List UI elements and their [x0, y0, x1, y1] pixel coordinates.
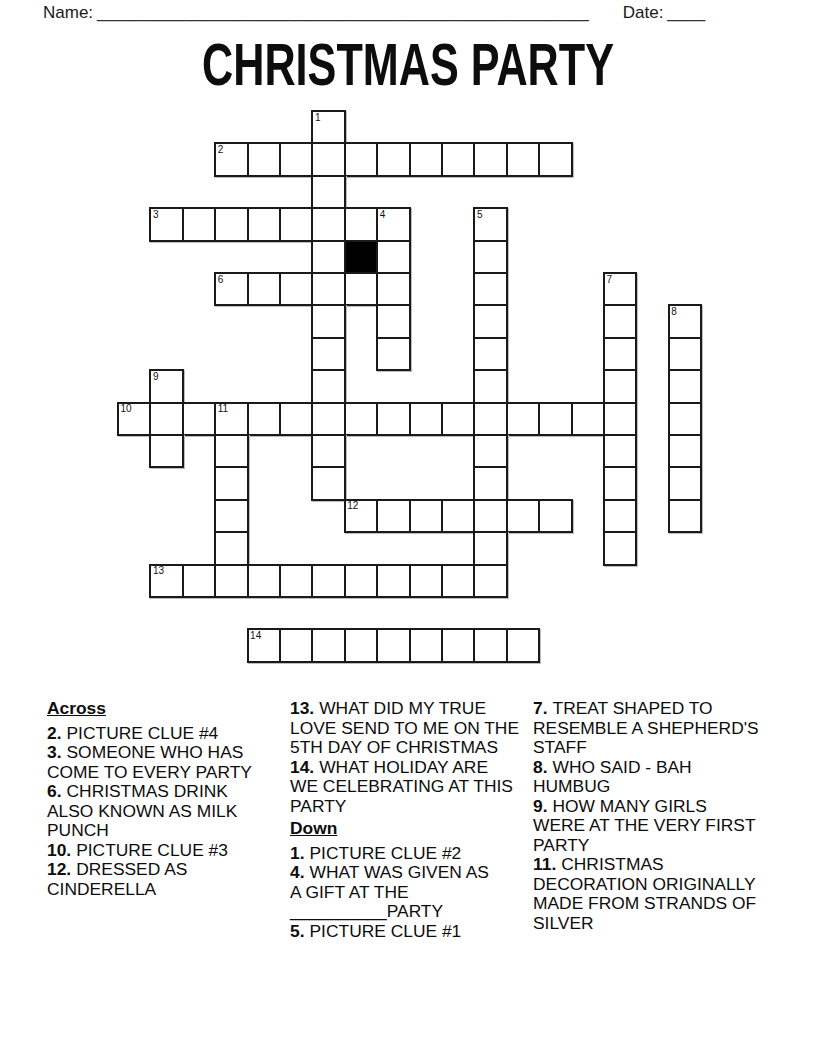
grid-cell[interactable] [279, 142, 313, 176]
clue-text: PICTURE CLUE #2 [310, 843, 462, 863]
name-label: Name: [43, 3, 93, 23]
grid-cell[interactable] [311, 466, 345, 500]
clue-across-10: 10.PICTURE CLUE #3 [47, 841, 265, 861]
grid-cell[interactable] [214, 564, 248, 598]
clue-across-12: 12.DRESSED AS CINDERELLA [47, 860, 265, 899]
grid-cell[interactable] [311, 628, 345, 662]
grid-cell[interactable] [473, 240, 507, 274]
grid-cell[interactable] [409, 402, 443, 436]
clue-text: HOW MANY GIRLS WERE AT THE VERY FIRST PA… [533, 796, 756, 855]
clue-number-label: 2. [47, 723, 62, 743]
grid-cell[interactable] [473, 466, 507, 500]
grid-cell[interactable] [311, 240, 345, 274]
grid-cell[interactable] [473, 628, 507, 662]
grid-cell[interactable] [473, 207, 507, 241]
worksheet-header: Name:___________________________________… [43, 3, 705, 23]
grid-cell[interactable] [311, 142, 345, 176]
clue-text: TREAT SHAPED TO RESEMBLE A SHEPHERD'S ST… [533, 698, 759, 757]
grid-cell[interactable] [571, 402, 605, 436]
grid-cell[interactable] [668, 434, 702, 468]
grid-cell[interactable] [214, 434, 248, 468]
grid-cell[interactable] [473, 434, 507, 468]
date-label: Date: [623, 3, 664, 23]
clue-number-label: 11. [533, 854, 556, 874]
clue-number-label: 8. [533, 757, 548, 777]
grid-cell[interactable] [279, 402, 313, 436]
grid-cell[interactable] [603, 369, 637, 403]
clue-number-label: 3. [47, 742, 62, 762]
grid-cell[interactable] [247, 207, 281, 241]
clue-text: PICTURE CLUE #3 [76, 840, 228, 860]
clue-text: PICTURE CLUE #4 [67, 723, 219, 743]
clue-down-4: 4.WHAT WAS GIVEN AS A GIFT AT THE ______… [290, 863, 528, 922]
grid-cell[interactable] [473, 564, 507, 598]
grid-cell[interactable] [344, 564, 378, 598]
grid-cell[interactable] [376, 499, 410, 533]
grid-cell[interactable] [668, 402, 702, 436]
clue-number-label: 14. [290, 757, 314, 777]
grid-cell[interactable] [376, 628, 410, 662]
grid-cell[interactable] [311, 110, 345, 144]
grid-cell[interactable] [473, 142, 507, 176]
grid-cell[interactable] [668, 499, 702, 533]
grid-cell[interactable] [441, 628, 475, 662]
clue-down-8: 8.WHO SAID - BAH HUMBUG [533, 758, 767, 797]
clue-text: CHRISTMAS DECORATION ORIGINALLY MADE FRO… [533, 854, 756, 933]
grid-cell[interactable] [376, 142, 410, 176]
grid-cell[interactable] [376, 304, 410, 338]
grid-cell[interactable] [376, 337, 410, 371]
grid-cell[interactable] [279, 207, 313, 241]
grid-cell[interactable] [311, 337, 345, 371]
grid-cell[interactable] [247, 142, 281, 176]
crossword-grid: 1234567891011121314 [117, 110, 703, 663]
grid-cell[interactable] [344, 628, 378, 662]
grid-cell[interactable] [473, 369, 507, 403]
grid-cell[interactable] [214, 531, 248, 565]
grid-cell[interactable] [441, 564, 475, 598]
clues-column-1: Across2.PICTURE CLUE #43.SOMEONE WHO HAS… [47, 699, 265, 899]
grid-cell[interactable] [149, 402, 183, 436]
down-heading: Down [290, 819, 528, 839]
grid-cell[interactable] [603, 304, 637, 338]
clue-down-5: 5.PICTURE CLUE #1 [290, 922, 528, 942]
grid-cell[interactable] [311, 304, 345, 338]
grid-cell[interactable] [214, 207, 248, 241]
clue-number-label: 12. [47, 859, 71, 879]
clue-text: CHRISTMAS DRINK ALSO KNOWN AS MILK PUNCH [47, 781, 237, 840]
across-heading: Across [47, 699, 265, 719]
grid-cell[interactable] [409, 628, 443, 662]
clue-text: WHAT DID MY TRUE LOVE SEND TO ME ON THE … [290, 698, 519, 757]
grid-cell[interactable] [182, 402, 216, 436]
grid-cell[interactable] [311, 272, 345, 306]
grid-cell[interactable] [344, 499, 378, 533]
grid-cell[interactable] [344, 402, 378, 436]
grid-cell[interactable] [311, 369, 345, 403]
grid-cell[interactable] [668, 466, 702, 500]
grid-cell[interactable] [311, 402, 345, 436]
grid-cell[interactable] [473, 272, 507, 306]
grid-cell[interactable] [441, 402, 475, 436]
grid-cell[interactable] [117, 402, 151, 436]
grid-cell[interactable] [214, 402, 248, 436]
grid-cell[interactable] [441, 499, 475, 533]
grid-cell[interactable] [247, 628, 281, 662]
grid-cell[interactable] [344, 272, 378, 306]
clue-text: WHO SAID - BAH HUMBUG [533, 757, 692, 797]
grid-cell[interactable] [344, 142, 378, 176]
blocked-cell [344, 240, 378, 274]
grid-cell[interactable] [376, 240, 410, 274]
clue-across-14: 14.WHAT HOLIDAY ARE WE CELEBRATING AT TH… [290, 758, 528, 817]
clue-down-7: 7.TREAT SHAPED TO RESEMBLE A SHEPHERD'S … [533, 699, 767, 758]
grid-cell[interactable] [409, 564, 443, 598]
grid-cell[interactable] [506, 142, 540, 176]
clue-number-label: 5. [290, 921, 305, 941]
clue-number-label: 10. [47, 840, 71, 860]
clue-down-11: 11.CHRISTMAS DECORATION ORIGINALLY MADE … [533, 855, 767, 933]
grid-cell[interactable] [668, 337, 702, 371]
grid-cell[interactable] [247, 272, 281, 306]
clues-column-3: 7.TREAT SHAPED TO RESEMBLE A SHEPHERD'S … [533, 699, 767, 933]
grid-cell[interactable] [506, 402, 540, 436]
puzzle-title: CHRISTMAS PARTY [114, 33, 702, 96]
clue-number-label: 1. [290, 843, 305, 863]
grid-cell[interactable] [279, 628, 313, 662]
clue-number-label: 13. [290, 698, 314, 718]
clue-number-label: 7. [533, 698, 548, 718]
grid-cell[interactable] [668, 369, 702, 403]
grid-cell[interactable] [149, 434, 183, 468]
grid-cell[interactable] [538, 499, 572, 533]
clue-text: PICTURE CLUE #1 [310, 921, 462, 941]
clue-text: SOMEONE WHO HAS COME TO EVERY PARTY [47, 742, 252, 782]
clue-across-6: 6.CHRISTMAS DRINK ALSO KNOWN AS MILK PUN… [47, 782, 265, 841]
grid-cell[interactable] [214, 272, 248, 306]
clue-across-13: 13.WHAT DID MY TRUE LOVE SEND TO ME ON T… [290, 699, 528, 758]
grid-cell[interactable] [149, 564, 183, 598]
grid-cell[interactable] [247, 402, 281, 436]
grid-cell[interactable] [473, 337, 507, 371]
grid-cell[interactable] [376, 207, 410, 241]
grid-cell[interactable] [603, 337, 637, 371]
grid-cell[interactable] [506, 499, 540, 533]
grid-cell[interactable] [473, 499, 507, 533]
name-blank-line[interactable]: ________________________________________… [97, 3, 589, 23]
grid-cell[interactable] [603, 434, 637, 468]
clue-down-1: 1.PICTURE CLUE #2 [290, 844, 528, 864]
clue-across-3: 3.SOMEONE WHO HAS COME TO EVERY PARTY [47, 743, 265, 782]
grid-cell[interactable] [279, 564, 313, 598]
grid-cell[interactable] [506, 628, 540, 662]
date-blank-line[interactable]: ____ [667, 3, 705, 23]
grid-cell[interactable] [376, 402, 410, 436]
grid-cell[interactable] [247, 564, 281, 598]
grid-cell[interactable] [409, 499, 443, 533]
grid-cell[interactable] [149, 207, 183, 241]
grid-cell[interactable] [603, 272, 637, 306]
grid-cell[interactable] [214, 142, 248, 176]
grid-cell[interactable] [311, 175, 345, 209]
grid-cell[interactable] [376, 564, 410, 598]
grid-cell[interactable] [603, 531, 637, 565]
grid-cell[interactable] [603, 402, 637, 436]
clue-text: WHAT HOLIDAY ARE WE CELEBRATING AT THIS … [290, 757, 513, 816]
clues-column-2: 13.WHAT DID MY TRUE LOVE SEND TO ME ON T… [290, 699, 528, 941]
grid-cell[interactable] [668, 304, 702, 338]
grid-cell[interactable] [376, 272, 410, 306]
grid-cell[interactable] [473, 402, 507, 436]
grid-cell[interactable] [603, 499, 637, 533]
grid-cell[interactable] [409, 142, 443, 176]
grid-cell[interactable] [538, 142, 572, 176]
grid-cell[interactable] [441, 142, 475, 176]
grid-cell[interactable] [603, 466, 637, 500]
grid-cell[interactable] [473, 304, 507, 338]
grid-cell[interactable] [311, 207, 345, 241]
clue-number-label: 4. [290, 862, 305, 882]
clue-down-9: 9.HOW MANY GIRLS WERE AT THE VERY FIRST … [533, 797, 767, 856]
clue-number-label: 6. [47, 781, 62, 801]
clue-across-2: 2.PICTURE CLUE #4 [47, 724, 265, 744]
grid-cell[interactable] [473, 531, 507, 565]
grid-cell[interactable] [538, 402, 572, 436]
grid-cell[interactable] [214, 499, 248, 533]
grid-cell[interactable] [311, 564, 345, 598]
grid-cell[interactable] [182, 207, 216, 241]
clue-number-label: 9. [533, 796, 548, 816]
clue-text: WHAT WAS GIVEN AS A GIFT AT THE ________… [290, 862, 489, 921]
grid-cell[interactable] [279, 272, 313, 306]
grid-cell[interactable] [344, 207, 378, 241]
grid-cell[interactable] [311, 434, 345, 468]
grid-cell[interactable] [214, 466, 248, 500]
grid-cell[interactable] [149, 369, 183, 403]
grid-cell[interactable] [182, 564, 216, 598]
